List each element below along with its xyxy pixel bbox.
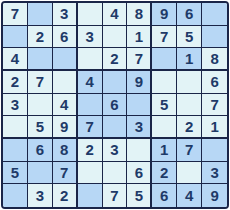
cell-r4c9: 6 (202, 71, 227, 94)
cell-r9c1[interactable] (3, 184, 28, 207)
cell-r3c8: 1 (177, 48, 202, 71)
cell-r2c3: 6 (53, 26, 78, 49)
cell-r6c5[interactable] (103, 116, 128, 139)
cell-r5c1: 3 (3, 94, 28, 117)
cell-r8c2[interactable] (28, 162, 53, 185)
cell-r3c5: 2 (103, 48, 128, 71)
cell-r7c5: 3 (103, 139, 128, 162)
cell-r4c3[interactable] (53, 71, 78, 94)
cell-r4c4: 4 (78, 71, 103, 94)
cell-r4c7[interactable] (152, 71, 177, 94)
cell-r9c9: 9 (202, 184, 227, 207)
cell-r8c5[interactable] (103, 162, 128, 185)
cell-r5c8[interactable] (177, 94, 202, 117)
cell-r3c6: 7 (127, 48, 152, 71)
cell-r6c6: 3 (127, 116, 152, 139)
cell-r6c7[interactable] (152, 116, 177, 139)
cell-r5c5: 6 (103, 94, 128, 117)
cell-r4c1: 2 (3, 71, 28, 94)
cell-r5c3: 4 (53, 94, 78, 117)
cell-r1c3: 3 (53, 3, 78, 26)
cell-r6c2: 5 (28, 116, 53, 139)
cell-r7c3: 8 (53, 139, 78, 162)
cell-r8c3: 7 (53, 162, 78, 185)
cell-r2c8: 5 (177, 26, 202, 49)
cell-r5c6[interactable] (127, 94, 152, 117)
cell-r9c7: 6 (152, 184, 177, 207)
cell-r7c7: 1 (152, 139, 177, 162)
sudoku-app: 7348962631754271827496346575973216823175… (0, 0, 230, 210)
cell-r3c2[interactable] (28, 48, 53, 71)
cell-r3c7[interactable] (152, 48, 177, 71)
sudoku-board: 7348962631754271827496346575973216823175… (1, 1, 229, 209)
cell-r8c7: 2 (152, 162, 177, 185)
cell-r6c3: 9 (53, 116, 78, 139)
cell-r7c1[interactable] (3, 139, 28, 162)
cell-r1c7: 9 (152, 3, 177, 26)
cell-r7c4: 2 (78, 139, 103, 162)
cell-r8c6: 6 (127, 162, 152, 185)
cell-r6c1[interactable] (3, 116, 28, 139)
cell-r9c3: 2 (53, 184, 78, 207)
cell-r5c2[interactable] (28, 94, 53, 117)
cell-r9c6: 5 (127, 184, 152, 207)
cell-r3c3[interactable] (53, 48, 78, 71)
cell-r8c1: 5 (3, 162, 28, 185)
cell-r7c8: 7 (177, 139, 202, 162)
cell-r6c8: 2 (177, 116, 202, 139)
cell-r7c9[interactable] (202, 139, 227, 162)
cell-r6c4: 7 (78, 116, 103, 139)
cell-r1c6: 8 (127, 3, 152, 26)
cell-r4c8[interactable] (177, 71, 202, 94)
cell-r9c4[interactable] (78, 184, 103, 207)
cell-r9c5: 7 (103, 184, 128, 207)
cell-r6c9: 1 (202, 116, 227, 139)
cell-r1c9[interactable] (202, 3, 227, 26)
cell-r2c7: 7 (152, 26, 177, 49)
cell-r5c9: 7 (202, 94, 227, 117)
cell-r1c8: 6 (177, 3, 202, 26)
cell-r1c2[interactable] (28, 3, 53, 26)
cell-r2c5[interactable] (103, 26, 128, 49)
cell-r5c7: 5 (152, 94, 177, 117)
cell-r1c1: 7 (3, 3, 28, 26)
cell-r7c6[interactable] (127, 139, 152, 162)
cell-r8c4[interactable] (78, 162, 103, 185)
cell-r2c4: 3 (78, 26, 103, 49)
cell-r2c2: 2 (28, 26, 53, 49)
cell-r3c1: 4 (3, 48, 28, 71)
cell-r8c8[interactable] (177, 162, 202, 185)
cell-r3c9: 8 (202, 48, 227, 71)
cell-r1c4[interactable] (78, 3, 103, 26)
cell-r4c5[interactable] (103, 71, 128, 94)
cell-r7c2: 6 (28, 139, 53, 162)
cell-r8c9: 3 (202, 162, 227, 185)
cell-r5c4[interactable] (78, 94, 103, 117)
cell-r9c2: 3 (28, 184, 53, 207)
cell-r1c5: 4 (103, 3, 128, 26)
cell-r9c8: 4 (177, 184, 202, 207)
cell-r2c6: 1 (127, 26, 152, 49)
cell-r3c4[interactable] (78, 48, 103, 71)
cell-r2c1[interactable] (3, 26, 28, 49)
cell-r2c9[interactable] (202, 26, 227, 49)
cell-r4c2: 7 (28, 71, 53, 94)
cell-r4c6: 9 (127, 71, 152, 94)
